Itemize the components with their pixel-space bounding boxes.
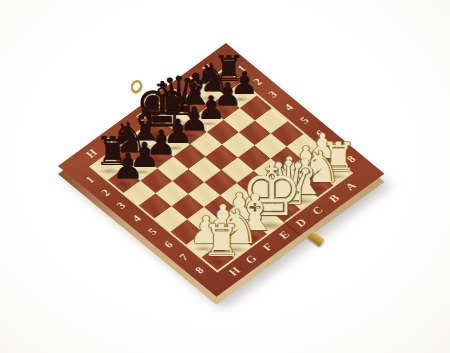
white-rook-piece: ♜ — [202, 219, 241, 263]
rank-label-left: 2 — [98, 187, 113, 199]
rank-label-left: 1 — [82, 174, 97, 186]
file-label-near: A — [342, 179, 359, 193]
rank-label-right: 3 — [266, 89, 281, 101]
rank-label-left: 4 — [129, 213, 144, 225]
rank-label-left: 7 — [176, 251, 191, 263]
rank-label-right: 4 — [281, 101, 296, 113]
file-label-near: F — [259, 241, 275, 254]
product-photo-stage: HHGGFFEEDDCCBBAA1122334455667788 ♜♞♝♚♛♝♞… — [0, 0, 450, 353]
file-label-near: H — [225, 264, 243, 278]
rank-label-right: 5 — [297, 114, 312, 126]
file-label-near: B — [326, 192, 343, 205]
rank-label-left: 8 — [192, 264, 207, 276]
black-pawn-piece: ♟ — [112, 150, 143, 185]
file-label-near: G — [242, 252, 260, 266]
rank-label-left: 3 — [114, 200, 129, 212]
rank-label-left: 6 — [161, 239, 176, 251]
rank-label-left: 5 — [145, 226, 160, 238]
file-label-near: E — [276, 228, 293, 241]
